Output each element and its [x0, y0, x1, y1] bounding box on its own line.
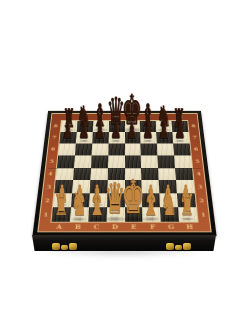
file-label-d: D: [108, 113, 124, 119]
square-e5: [124, 155, 141, 167]
square-d4: [107, 167, 124, 180]
square-f6: [140, 143, 157, 155]
square-a4: [55, 167, 73, 180]
board-border: ABCDEFGH ABCDEFGH 87654321 87654321: [37, 113, 211, 232]
square-c4: [90, 167, 108, 180]
square-f8: [140, 120, 156, 131]
rank-label-6: 6: [190, 142, 201, 154]
product-photo: ABCDEFGH ABCDEFGH 87654321 87654321 ♜♞♝♛…: [0, 0, 246, 328]
square-c1: [88, 207, 107, 221]
fold-seam: [47, 167, 200, 168]
file-label-e: E: [124, 113, 140, 119]
square-h6: [173, 143, 190, 155]
square-h4: [175, 167, 193, 180]
square-e8: [124, 120, 140, 131]
square-g3: [158, 180, 176, 193]
rank-label-5: 5: [191, 155, 202, 167]
square-g6: [157, 143, 174, 155]
square-a2: [52, 193, 71, 207]
rank-label-3: 3: [42, 180, 54, 193]
square-a7: [59, 131, 76, 142]
file-labels-top: ABCDEFGH: [60, 113, 187, 119]
square-g8: [155, 120, 172, 131]
rank-label-8: 8: [50, 120, 61, 131]
rank-label-4: 4: [44, 167, 56, 180]
square-f1: [142, 207, 161, 221]
square-d5: [107, 155, 124, 167]
square-e4: [124, 167, 141, 180]
file-label-e: E: [124, 222, 143, 231]
square-f2: [142, 193, 160, 207]
file-label-g: G: [155, 113, 171, 119]
square-e6: [124, 143, 141, 155]
square-d2: [106, 193, 124, 207]
file-label-f: F: [143, 222, 162, 231]
square-a8: [60, 120, 77, 131]
file-label-b: B: [68, 222, 87, 231]
square-d1: [106, 207, 124, 221]
square-g5: [157, 155, 174, 167]
rank-label-2: 2: [195, 193, 207, 207]
square-d6: [107, 143, 124, 155]
rank-label-1: 1: [39, 207, 51, 222]
square-h5: [174, 155, 192, 167]
rank-label-8: 8: [188, 120, 199, 131]
file-label-h: H: [180, 222, 199, 231]
brass-clasp-left: [52, 241, 78, 251]
square-a5: [57, 155, 75, 167]
square-g2: [159, 193, 178, 207]
square-b3: [71, 180, 89, 193]
square-g4: [158, 167, 176, 180]
square-c3: [89, 180, 107, 193]
square-a3: [54, 180, 73, 193]
square-c7: [91, 131, 108, 142]
file-label-b: B: [76, 113, 92, 119]
file-label-c: C: [92, 113, 108, 119]
square-e2: [124, 193, 142, 207]
square-b5: [73, 155, 90, 167]
file-label-c: C: [86, 222, 105, 231]
square-c2: [88, 193, 106, 207]
file-label-f: F: [140, 113, 156, 119]
file-label-a: A: [60, 113, 76, 119]
square-e3: [124, 180, 142, 193]
square-d3: [106, 180, 124, 193]
square-g1: [160, 207, 179, 221]
rank-label-5: 5: [46, 155, 57, 167]
square-h7: [172, 131, 189, 142]
square-h8: [171, 120, 188, 131]
square-d7: [108, 131, 124, 142]
rank-label-7: 7: [48, 131, 59, 143]
square-e7: [124, 131, 140, 142]
square-c8: [92, 120, 108, 131]
square-f3: [141, 180, 159, 193]
rank-label-1: 1: [197, 207, 209, 222]
rank-label-4: 4: [193, 167, 205, 180]
rank-label-3: 3: [194, 180, 206, 193]
square-b2: [70, 193, 89, 207]
square-c6: [91, 143, 108, 155]
square-b4: [72, 167, 90, 180]
brass-clasp-right: [166, 241, 192, 251]
chess-board: ABCDEFGH ABCDEFGH 87654321 87654321: [32, 110, 216, 235]
rank-label-6: 6: [47, 142, 58, 154]
file-labels-bottom: ABCDEFGH: [49, 222, 199, 231]
square-f5: [141, 155, 158, 167]
square-a6: [58, 143, 75, 155]
square-c5: [90, 155, 107, 167]
file-label-h: H: [171, 113, 187, 119]
square-e1: [124, 207, 142, 221]
square-b1: [69, 207, 88, 221]
square-b6: [74, 143, 91, 155]
square-h2: [177, 193, 196, 207]
square-d8: [108, 120, 124, 131]
square-h1: [178, 207, 197, 221]
square-g7: [156, 131, 173, 142]
square-f4: [141, 167, 159, 180]
rank-label-2: 2: [41, 193, 53, 207]
file-label-g: G: [161, 222, 180, 231]
board-grid: [50, 120, 198, 222]
file-label-a: A: [49, 222, 68, 231]
rank-label-7: 7: [189, 131, 200, 143]
square-a1: [51, 207, 70, 221]
square-b8: [76, 120, 93, 131]
square-f7: [140, 131, 157, 142]
square-b7: [75, 131, 92, 142]
square-h3: [176, 180, 195, 193]
file-label-d: D: [105, 222, 124, 231]
